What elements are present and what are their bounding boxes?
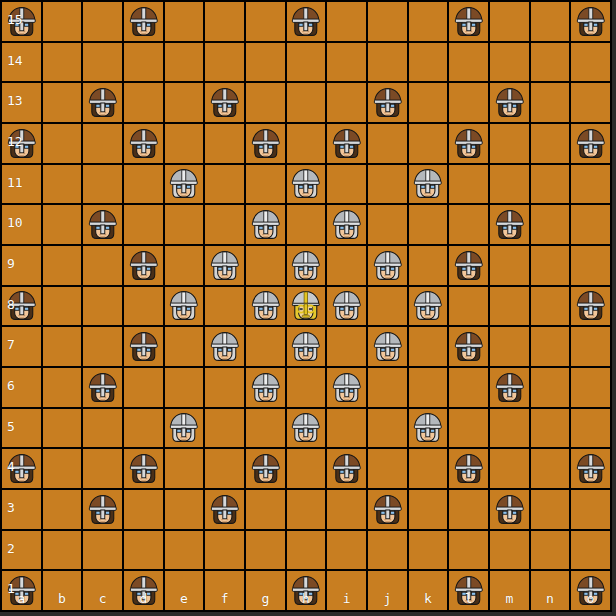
square-b11[interactable] [43,165,82,204]
square-c10[interactable] [83,205,122,244]
square-f13[interactable] [205,83,244,122]
square-g2[interactable] [246,531,285,570]
square-j3[interactable] [368,490,407,529]
defender-piece[interactable] [207,248,243,284]
game-window: 151413121110987654321abcdefghijklmno [0,0,616,616]
square-f1[interactable]: f [205,571,244,610]
square-f7[interactable] [205,327,244,366]
attacker-piece[interactable] [207,85,243,121]
square-m5[interactable] [490,409,529,448]
square-l14[interactable] [449,43,488,82]
square-i15[interactable] [327,2,366,41]
attacker-piece[interactable] [85,492,121,528]
square-i12[interactable] [327,124,366,163]
square-d1[interactable]: d [124,571,163,610]
square-g14[interactable] [246,43,285,82]
attacker-piece[interactable] [451,573,487,609]
square-d6[interactable] [124,368,163,407]
square-m9[interactable] [490,246,529,285]
square-g1[interactable]: g [246,571,285,610]
defender-piece[interactable] [410,288,446,324]
square-i2[interactable] [327,531,366,570]
square-o6[interactable] [571,368,610,407]
attacker-piece[interactable] [492,85,528,121]
square-g6[interactable] [246,368,285,407]
square-g4[interactable] [246,449,285,488]
square-k6[interactable] [409,368,448,407]
square-i13[interactable] [327,83,366,122]
square-c6[interactable] [83,368,122,407]
square-c12[interactable] [83,124,122,163]
attacker-piece[interactable] [573,288,609,324]
square-l10[interactable] [449,205,488,244]
square-g12[interactable] [246,124,285,163]
square-b4[interactable] [43,449,82,488]
attacker-piece[interactable] [329,451,365,487]
square-n4[interactable] [531,449,570,488]
square-n14[interactable] [531,43,570,82]
square-f12[interactable] [205,124,244,163]
attacker-piece[interactable] [451,451,487,487]
square-j11[interactable] [368,165,407,204]
square-e15[interactable] [165,2,204,41]
square-b10[interactable] [43,205,82,244]
square-k4[interactable] [409,449,448,488]
square-d9[interactable] [124,246,163,285]
square-a8[interactable]: 8 [2,287,41,326]
square-n11[interactable] [531,165,570,204]
square-i7[interactable] [327,327,366,366]
square-l6[interactable] [449,368,488,407]
square-c13[interactable] [83,83,122,122]
square-e2[interactable] [165,531,204,570]
file-label-f: f [221,592,229,605]
square-e1[interactable]: e [165,571,204,610]
square-h3[interactable] [287,490,326,529]
defender-piece[interactable] [166,410,202,446]
square-a6[interactable]: 6 [2,368,41,407]
square-a3[interactable]: 3 [2,490,41,529]
square-o12[interactable] [571,124,610,163]
square-f6[interactable] [205,368,244,407]
square-n12[interactable] [531,124,570,163]
square-n8[interactable] [531,287,570,326]
square-k7[interactable] [409,327,448,366]
square-e6[interactable] [165,368,204,407]
square-l3[interactable] [449,490,488,529]
square-m15[interactable] [490,2,529,41]
square-i1[interactable]: i [327,571,366,610]
defender-piece[interactable] [248,288,284,324]
square-g8[interactable] [246,287,285,326]
square-h1[interactable]: h [287,571,326,610]
tafl-board: 151413121110987654321abcdefghijklmno [0,0,612,612]
square-b3[interactable] [43,490,82,529]
square-m4[interactable] [490,449,529,488]
attacker-piece[interactable] [85,207,121,243]
square-l11[interactable] [449,165,488,204]
square-e12[interactable] [165,124,204,163]
square-n5[interactable] [531,409,570,448]
file-label-m: m [505,592,513,605]
square-l13[interactable] [449,83,488,122]
square-e4[interactable] [165,449,204,488]
square-f10[interactable] [205,205,244,244]
square-o7[interactable] [571,327,610,366]
file-label-b: b [58,592,66,605]
square-b7[interactable] [43,327,82,366]
square-j1[interactable]: j [368,571,407,610]
attacker-piece[interactable] [4,451,40,487]
attacker-piece[interactable] [4,573,40,609]
square-l4[interactable] [449,449,488,488]
square-d15[interactable] [124,2,163,41]
square-f8[interactable] [205,287,244,326]
square-a10[interactable]: 10 [2,205,41,244]
square-b2[interactable] [43,531,82,570]
square-g3[interactable] [246,490,285,529]
square-b13[interactable] [43,83,82,122]
square-g9[interactable] [246,246,285,285]
square-o5[interactable] [571,409,610,448]
attacker-piece[interactable] [4,126,40,162]
square-i5[interactable] [327,409,366,448]
square-k3[interactable] [409,490,448,529]
square-k15[interactable] [409,2,448,41]
defender-piece[interactable] [370,248,406,284]
square-m6[interactable] [490,368,529,407]
attacker-piece[interactable] [451,4,487,40]
square-n13[interactable] [531,83,570,122]
attacker-piece[interactable] [370,85,406,121]
square-j14[interactable] [368,43,407,82]
square-o14[interactable] [571,43,610,82]
square-l1[interactable]: l [449,571,488,610]
square-a9[interactable]: 9 [2,246,41,285]
square-m12[interactable] [490,124,529,163]
rank-label-6: 6 [7,379,15,392]
square-i3[interactable] [327,490,366,529]
square-o1[interactable]: o [571,571,610,610]
square-k11[interactable] [409,165,448,204]
square-i10[interactable] [327,205,366,244]
square-d5[interactable] [124,409,163,448]
attacker-piece[interactable] [126,573,162,609]
square-j7[interactable] [368,327,407,366]
rank-label-11: 11 [7,176,23,189]
square-e8[interactable] [165,287,204,326]
defender-piece[interactable] [288,329,324,365]
square-n10[interactable] [531,205,570,244]
square-k8[interactable] [409,287,448,326]
attacker-piece[interactable] [451,248,487,284]
defender-piece[interactable] [329,288,365,324]
defender-piece[interactable] [288,166,324,202]
rank-label-13: 13 [7,94,23,107]
square-m1[interactable]: m [490,571,529,610]
square-m13[interactable] [490,83,529,122]
attacker-piece[interactable] [573,126,609,162]
attacker-piece[interactable] [4,288,40,324]
attacker-piece[interactable] [85,370,121,406]
square-h11[interactable] [287,165,326,204]
square-c2[interactable] [83,531,122,570]
defender-piece[interactable] [288,248,324,284]
defender-piece[interactable] [166,288,202,324]
square-o3[interactable] [571,490,610,529]
rank-label-5: 5 [7,420,15,433]
square-m2[interactable] [490,531,529,570]
square-n7[interactable] [531,327,570,366]
square-a13[interactable]: 13 [2,83,41,122]
square-e14[interactable] [165,43,204,82]
square-o13[interactable] [571,83,610,122]
square-k9[interactable] [409,246,448,285]
square-c14[interactable] [83,43,122,82]
square-f5[interactable] [205,409,244,448]
file-label-e: e [180,592,188,605]
square-o10[interactable] [571,205,610,244]
square-g7[interactable] [246,327,285,366]
square-d7[interactable] [124,327,163,366]
square-j5[interactable] [368,409,407,448]
attacker-piece[interactable] [4,4,40,40]
square-a12[interactable]: 12 [2,124,41,163]
square-c7[interactable] [83,327,122,366]
square-k10[interactable] [409,205,448,244]
attacker-piece[interactable] [492,492,528,528]
square-g13[interactable] [246,83,285,122]
square-h12[interactable] [287,124,326,163]
square-l15[interactable] [449,2,488,41]
square-h14[interactable] [287,43,326,82]
square-l8[interactable] [449,287,488,326]
square-b1[interactable]: b [43,571,82,610]
defender-piece[interactable] [288,410,324,446]
square-d14[interactable] [124,43,163,82]
square-b8[interactable] [43,287,82,326]
defender-piece[interactable] [329,207,365,243]
attacker-piece[interactable] [288,4,324,40]
square-d10[interactable] [124,205,163,244]
attacker-piece[interactable] [573,4,609,40]
square-h7[interactable] [287,327,326,366]
square-f2[interactable] [205,531,244,570]
square-d12[interactable] [124,124,163,163]
square-e5[interactable] [165,409,204,448]
square-b6[interactable] [43,368,82,407]
square-c1[interactable]: c [83,571,122,610]
square-h10[interactable] [287,205,326,244]
square-i14[interactable] [327,43,366,82]
square-a4[interactable]: 4 [2,449,41,488]
square-l7[interactable] [449,327,488,366]
square-k2[interactable] [409,531,448,570]
rank-label-2: 2 [7,542,15,555]
square-h2[interactable] [287,531,326,570]
square-e13[interactable] [165,83,204,122]
square-n9[interactable] [531,246,570,285]
square-i9[interactable] [327,246,366,285]
square-f15[interactable] [205,2,244,41]
attacker-piece[interactable] [126,126,162,162]
file-label-i: i [343,592,351,605]
square-a15[interactable]: 15 [2,2,41,41]
attacker-piece[interactable] [288,573,324,609]
defender-piece[interactable] [248,207,284,243]
square-i11[interactable] [327,165,366,204]
square-j12[interactable] [368,124,407,163]
square-d13[interactable] [124,83,163,122]
attacker-piece[interactable] [451,126,487,162]
square-j4[interactable] [368,449,407,488]
square-c4[interactable] [83,449,122,488]
square-h4[interactable] [287,449,326,488]
square-c5[interactable] [83,409,122,448]
square-e3[interactable] [165,490,204,529]
square-j2[interactable] [368,531,407,570]
square-b12[interactable] [43,124,82,163]
square-f9[interactable] [205,246,244,285]
square-o2[interactable] [571,531,610,570]
square-e9[interactable] [165,246,204,285]
rank-label-9: 9 [7,257,15,270]
square-h15[interactable] [287,2,326,41]
square-k14[interactable] [409,43,448,82]
square-c8[interactable] [83,287,122,326]
square-a11[interactable]: 11 [2,165,41,204]
square-a5[interactable]: 5 [2,409,41,448]
defender-piece[interactable] [370,329,406,365]
square-c11[interactable] [83,165,122,204]
square-l9[interactable] [449,246,488,285]
square-a14[interactable]: 14 [2,43,41,82]
square-a2[interactable]: 2 [2,531,41,570]
square-b15[interactable] [43,2,82,41]
attacker-piece[interactable] [126,248,162,284]
attacker-piece[interactable] [248,451,284,487]
square-j13[interactable] [368,83,407,122]
square-o11[interactable] [571,165,610,204]
rank-label-7: 7 [7,338,15,351]
square-i4[interactable] [327,449,366,488]
square-j10[interactable] [368,205,407,244]
square-f11[interactable] [205,165,244,204]
square-o8[interactable] [571,287,610,326]
square-j8[interactable] [368,287,407,326]
defender-piece[interactable] [410,410,446,446]
square-k5[interactable] [409,409,448,448]
square-n6[interactable] [531,368,570,407]
square-d8[interactable] [124,287,163,326]
square-m3[interactable] [490,490,529,529]
attacker-piece[interactable] [573,451,609,487]
defender-piece[interactable] [166,166,202,202]
square-m8[interactable] [490,287,529,326]
square-l2[interactable] [449,531,488,570]
square-j15[interactable] [368,2,407,41]
square-k13[interactable] [409,83,448,122]
square-d3[interactable] [124,490,163,529]
attacker-piece[interactable] [451,329,487,365]
square-n3[interactable] [531,490,570,529]
square-l5[interactable] [449,409,488,448]
king-piece[interactable] [288,288,324,324]
square-a7[interactable]: 7 [2,327,41,366]
square-h6[interactable] [287,368,326,407]
square-n1[interactable]: n [531,571,570,610]
square-e11[interactable] [165,165,204,204]
square-j6[interactable] [368,368,407,407]
square-g11[interactable] [246,165,285,204]
square-a1[interactable]: 1a [2,571,41,610]
defender-piece[interactable] [207,329,243,365]
square-n15[interactable] [531,2,570,41]
square-m7[interactable] [490,327,529,366]
square-o9[interactable] [571,246,610,285]
defender-piece[interactable] [329,370,365,406]
attacker-piece[interactable] [492,370,528,406]
square-e10[interactable] [165,205,204,244]
square-c15[interactable] [83,2,122,41]
attacker-piece[interactable] [207,492,243,528]
square-d2[interactable] [124,531,163,570]
square-g5[interactable] [246,409,285,448]
square-i6[interactable] [327,368,366,407]
attacker-piece[interactable] [370,492,406,528]
square-h13[interactable] [287,83,326,122]
square-o4[interactable] [571,449,610,488]
attacker-piece[interactable] [85,85,121,121]
square-i8[interactable] [327,287,366,326]
square-n2[interactable] [531,531,570,570]
square-m11[interactable] [490,165,529,204]
square-o15[interactable] [571,2,610,41]
attacker-piece[interactable] [126,329,162,365]
square-k12[interactable] [409,124,448,163]
square-f3[interactable] [205,490,244,529]
square-e7[interactable] [165,327,204,366]
square-d4[interactable] [124,449,163,488]
attacker-piece[interactable] [126,4,162,40]
square-f14[interactable] [205,43,244,82]
square-g15[interactable] [246,2,285,41]
square-b9[interactable] [43,246,82,285]
square-h5[interactable] [287,409,326,448]
square-c3[interactable] [83,490,122,529]
square-g10[interactable] [246,205,285,244]
square-f4[interactable] [205,449,244,488]
attacker-piece[interactable] [248,126,284,162]
square-m14[interactable] [490,43,529,82]
square-h8[interactable] [287,287,326,326]
square-b5[interactable] [43,409,82,448]
attacker-piece[interactable] [126,451,162,487]
attacker-piece[interactable] [573,573,609,609]
attacker-piece[interactable] [329,126,365,162]
square-d11[interactable] [124,165,163,204]
attacker-piece[interactable] [492,207,528,243]
square-j9[interactable] [368,246,407,285]
defender-piece[interactable] [410,166,446,202]
square-k1[interactable]: k [409,571,448,610]
square-b14[interactable] [43,43,82,82]
square-m10[interactable] [490,205,529,244]
defender-piece[interactable] [248,370,284,406]
square-h9[interactable] [287,246,326,285]
square-c9[interactable] [83,246,122,285]
square-l12[interactable] [449,124,488,163]
